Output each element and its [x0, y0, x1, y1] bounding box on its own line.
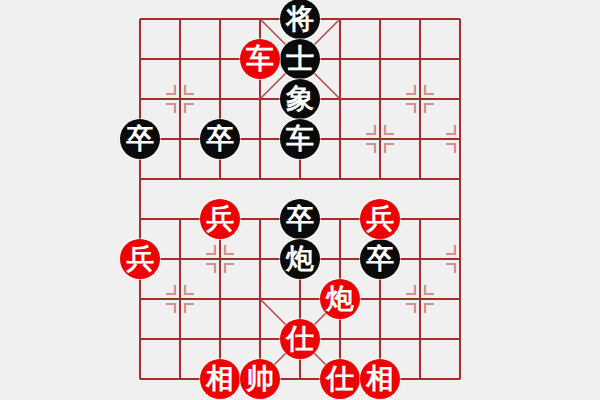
black-cannon[interactable]: 炮 — [280, 239, 320, 279]
red-soldier[interactable]: 兵 — [200, 199, 240, 239]
black-soldier[interactable]: 卒 — [120, 119, 160, 159]
xiangqi-board: 将士象车卒卒卒炮卒车兵兵兵炮仕相帅仕相 — [0, 0, 600, 400]
red-general[interactable]: 帅 — [240, 359, 280, 399]
red-soldier[interactable]: 兵 — [120, 239, 160, 279]
pieces-layer: 将士象车卒卒卒炮卒车兵兵兵炮仕相帅仕相 — [140, 19, 460, 379]
black-elephant[interactable]: 象 — [280, 79, 320, 119]
black-chariot[interactable]: 车 — [280, 119, 320, 159]
black-soldier[interactable]: 卒 — [280, 199, 320, 239]
red-advisor[interactable]: 仕 — [280, 319, 320, 359]
red-advisor[interactable]: 仕 — [320, 359, 360, 399]
black-advisor[interactable]: 士 — [280, 39, 320, 79]
red-elephant[interactable]: 相 — [360, 359, 400, 399]
black-general[interactable]: 将 — [280, 0, 320, 39]
black-soldier[interactable]: 卒 — [200, 119, 240, 159]
black-soldier[interactable]: 卒 — [360, 239, 400, 279]
red-soldier[interactable]: 兵 — [360, 199, 400, 239]
red-cannon[interactable]: 炮 — [320, 279, 360, 319]
red-elephant[interactable]: 相 — [200, 359, 240, 399]
red-chariot[interactable]: 车 — [240, 39, 280, 79]
